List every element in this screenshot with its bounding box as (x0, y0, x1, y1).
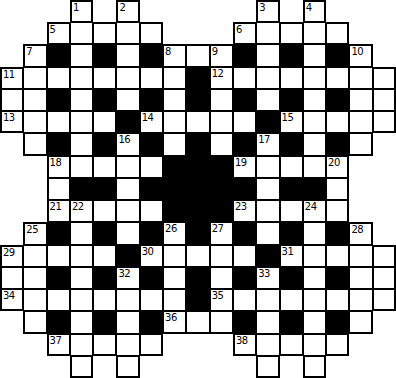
background-cell (280, 0, 303, 22)
clue-number: 1 (73, 2, 79, 13)
clue-number: 7 (26, 46, 32, 57)
crossword-cell[interactable] (256, 44, 279, 66)
crossword-cell[interactable] (326, 178, 349, 200)
crossword-cell[interactable] (23, 245, 46, 267)
crossword-cell[interactable] (303, 133, 326, 155)
background-cell (0, 200, 23, 222)
crossword-cell[interactable] (349, 67, 372, 89)
crossword-cell[interactable] (349, 289, 372, 311)
crossword-cell[interactable] (303, 67, 326, 89)
crossword-cell[interactable] (93, 289, 116, 311)
background-cell (186, 334, 209, 356)
crossword-cell[interactable]: 23 (233, 200, 256, 222)
crossword-cell[interactable] (47, 67, 70, 89)
clue-number: 2 (119, 2, 125, 13)
block-cell (186, 267, 209, 289)
clue-number: 29 (3, 247, 15, 258)
background-cell (373, 311, 396, 333)
background-cell (373, 156, 396, 178)
background-cell (233, 0, 256, 22)
crossword-cell[interactable]: 11 (0, 67, 23, 89)
clue-number: 23 (235, 201, 247, 212)
background-cell (23, 200, 46, 222)
block-cell (210, 178, 233, 200)
block-cell (186, 89, 209, 111)
background-cell (373, 222, 396, 244)
crossword-cell[interactable] (70, 111, 93, 133)
crossword-cell[interactable]: 34 (0, 289, 23, 311)
crossword-cell[interactable]: 32 (116, 267, 139, 289)
crossword-cell[interactable] (233, 111, 256, 133)
crossword-cell[interactable]: 20 (326, 156, 349, 178)
crossword-cell[interactable] (70, 89, 93, 111)
crossword-cell[interactable] (93, 22, 116, 44)
crossword-cell[interactable] (256, 22, 279, 44)
crossword-cell[interactable] (256, 334, 279, 356)
background-cell (0, 44, 23, 66)
crossword-cell[interactable] (23, 133, 46, 155)
clue-number: 36 (165, 312, 177, 323)
crossword-cell[interactable] (303, 89, 326, 111)
crossword-cell[interactable] (163, 67, 186, 89)
crossword-cell[interactable] (256, 289, 279, 311)
background-cell (0, 178, 23, 200)
crossword-cell[interactable] (0, 89, 23, 111)
crossword-cell[interactable] (70, 245, 93, 267)
crossword-board: 1234567891011121314151617181920212223242… (0, 0, 396, 378)
block-cell (116, 245, 139, 267)
crossword-cell[interactable] (373, 245, 396, 267)
block-cell (280, 178, 303, 200)
clue-number: 30 (142, 246, 154, 257)
crossword-cell[interactable] (186, 245, 209, 267)
crossword-cell[interactable] (349, 311, 372, 333)
clue-number: 27 (212, 223, 224, 234)
crossword-cell[interactable] (303, 356, 326, 378)
clue-number: 37 (50, 335, 62, 346)
block-cell (140, 44, 163, 66)
crossword-cell[interactable] (303, 22, 326, 44)
block-cell (186, 156, 209, 178)
background-cell (0, 334, 23, 356)
crossword-cell[interactable] (163, 111, 186, 133)
crossword-cell[interactable] (373, 289, 396, 311)
crossword-cell[interactable] (210, 133, 233, 155)
block-cell (93, 44, 116, 66)
crossword-cell[interactable] (303, 245, 326, 267)
background-cell (0, 311, 23, 333)
clue-number: 35 (212, 290, 224, 301)
crossword-cell[interactable] (349, 89, 372, 111)
crossword-cell[interactable] (210, 245, 233, 267)
block-cell (186, 289, 209, 311)
crossword-cell[interactable]: 30 (140, 245, 163, 267)
clue-number: 15 (282, 112, 294, 123)
crossword-cell[interactable] (116, 22, 139, 44)
crossword-cell[interactable]: 25 (23, 222, 46, 244)
crossword-cell[interactable]: 15 (280, 111, 303, 133)
crossword-cell[interactable] (0, 267, 23, 289)
clue-number: 34 (3, 290, 15, 301)
clue-number: 6 (236, 24, 242, 35)
clue-number: 12 (212, 68, 224, 79)
crossword-cell[interactable] (303, 222, 326, 244)
crossword-cell[interactable] (23, 67, 46, 89)
block-cell (47, 311, 70, 333)
crossword-cell[interactable] (116, 311, 139, 333)
crossword-cell[interactable] (256, 356, 279, 378)
block-cell (93, 133, 116, 155)
block-cell (163, 156, 186, 178)
background-cell (349, 200, 372, 222)
block-cell (93, 222, 116, 244)
block-cell (280, 222, 303, 244)
crossword-cell[interactable] (373, 267, 396, 289)
crossword-cell[interactable] (47, 289, 70, 311)
block-cell (140, 89, 163, 111)
block-cell (70, 178, 93, 200)
crossword-cell[interactable]: 6 (233, 22, 256, 44)
block-cell (233, 267, 256, 289)
block-cell (47, 89, 70, 111)
crossword-cell[interactable] (116, 289, 139, 311)
crossword-cell[interactable] (373, 89, 396, 111)
background-cell (280, 356, 303, 378)
clue-number: 13 (3, 112, 15, 123)
crossword-cell[interactable] (70, 222, 93, 244)
block-cell (186, 67, 209, 89)
crossword-cell[interactable] (116, 334, 139, 356)
block-cell (163, 178, 186, 200)
crossword-cell[interactable]: 24 (303, 200, 326, 222)
background-cell (349, 356, 372, 378)
crossword-cell[interactable] (23, 311, 46, 333)
crossword-cell[interactable] (116, 200, 139, 222)
crossword-cell[interactable] (47, 111, 70, 133)
block-cell (280, 267, 303, 289)
crossword-cell[interactable]: 26 (163, 222, 186, 244)
block-cell (140, 222, 163, 244)
crossword-cell[interactable]: 3 (256, 0, 279, 22)
background-cell (140, 0, 163, 22)
clue-number: 19 (235, 157, 247, 168)
clue-number: 8 (165, 46, 171, 57)
crossword-cell[interactable] (326, 22, 349, 44)
background-cell (210, 22, 233, 44)
block-cell (233, 178, 256, 200)
crossword-cell[interactable] (256, 156, 279, 178)
background-cell (163, 356, 186, 378)
crossword-cell[interactable] (116, 178, 139, 200)
crossword-cell[interactable] (23, 267, 46, 289)
crossword-cell[interactable]: 7 (23, 44, 46, 66)
background-cell (210, 356, 233, 378)
clue-number: 24 (305, 201, 317, 212)
crossword-cell[interactable] (70, 267, 93, 289)
crossword-cell[interactable]: 19 (233, 156, 256, 178)
crossword-cell[interactable] (326, 200, 349, 222)
crossword-cell[interactable] (303, 156, 326, 178)
block-cell (186, 200, 209, 222)
block-cell (233, 44, 256, 66)
crossword-cell[interactable] (163, 89, 186, 111)
block-cell (280, 44, 303, 66)
crossword-cell[interactable] (210, 111, 233, 133)
clue-number: 21 (50, 201, 62, 212)
crossword-cell[interactable] (280, 67, 303, 89)
crossword-cell[interactable] (303, 334, 326, 356)
crossword-cell[interactable] (140, 67, 163, 89)
background-cell (373, 356, 396, 378)
crossword-cell[interactable] (210, 267, 233, 289)
block-cell (256, 245, 279, 267)
background-cell (349, 334, 372, 356)
crossword-cell[interactable] (163, 289, 186, 311)
crossword-cell[interactable] (140, 156, 163, 178)
crossword-cell[interactable] (140, 22, 163, 44)
clue-number: 11 (3, 69, 15, 80)
block-cell (140, 178, 163, 200)
crossword-cell[interactable] (326, 334, 349, 356)
background-cell (23, 22, 46, 44)
crossword-cell[interactable] (23, 89, 46, 111)
background-cell (163, 334, 186, 356)
crossword-cell[interactable]: 9 (210, 44, 233, 66)
crossword-cell[interactable] (280, 200, 303, 222)
crossword-cell[interactable]: 1 (70, 0, 93, 22)
background-cell (186, 0, 209, 22)
crossword-cell[interactable] (93, 245, 116, 267)
clue-number: 22 (72, 201, 84, 212)
crossword-cell[interactable]: 12 (210, 67, 233, 89)
block-cell (116, 111, 139, 133)
crossword-cell[interactable] (349, 133, 372, 155)
crossword-cell[interactable] (210, 89, 233, 111)
background-cell (47, 0, 70, 22)
clue-number: 25 (26, 224, 38, 235)
block-cell (233, 222, 256, 244)
background-cell (163, 0, 186, 22)
crossword-cell[interactable] (70, 311, 93, 333)
background-cell (0, 22, 23, 44)
crossword-cell[interactable] (163, 133, 186, 155)
clue-number: 32 (118, 268, 130, 279)
crossword-cell[interactable] (163, 267, 186, 289)
crossword-cell[interactable] (70, 67, 93, 89)
crossword-cell[interactable] (93, 156, 116, 178)
background-cell (0, 0, 23, 22)
clue-number: 14 (142, 112, 154, 123)
crossword-cell[interactable] (163, 245, 186, 267)
crossword-cell[interactable]: 33 (256, 267, 279, 289)
crossword-cell[interactable] (140, 334, 163, 356)
crossword-cell[interactable] (326, 67, 349, 89)
background-cell (373, 0, 396, 22)
block-cell (47, 44, 70, 66)
crossword-cell[interactable] (326, 289, 349, 311)
crossword-cell[interactable] (303, 267, 326, 289)
crossword-cell[interactable] (303, 311, 326, 333)
crossword-cell[interactable] (140, 289, 163, 311)
crossword-cell[interactable]: 16 (116, 133, 139, 155)
background-cell (349, 178, 372, 200)
clue-number: 5 (50, 24, 56, 35)
crossword-cell[interactable]: 8 (163, 44, 186, 66)
block-cell (210, 200, 233, 222)
crossword-cell[interactable] (303, 111, 326, 133)
crossword-cell[interactable] (70, 44, 93, 66)
crossword-cell[interactable]: 31 (280, 245, 303, 267)
crossword-cell[interactable] (93, 200, 116, 222)
crossword-cell[interactable] (23, 111, 46, 133)
block-cell (140, 267, 163, 289)
crossword-cell[interactable]: 35 (210, 289, 233, 311)
block-cell (47, 267, 70, 289)
crossword-cell[interactable]: 28 (349, 222, 372, 244)
crossword-cell[interactable]: 38 (233, 334, 256, 356)
crossword-cell[interactable] (233, 67, 256, 89)
block-cell (93, 89, 116, 111)
clue-number: 31 (282, 246, 294, 257)
crossword-cell[interactable] (256, 67, 279, 89)
block-cell (326, 44, 349, 66)
background-cell (349, 22, 372, 44)
crossword-cell[interactable]: 14 (140, 111, 163, 133)
crossword-cell[interactable]: 37 (47, 334, 70, 356)
clue-number: 20 (328, 157, 340, 168)
crossword-cell[interactable] (349, 267, 372, 289)
block-cell (303, 178, 326, 200)
crossword-cell[interactable] (186, 111, 209, 133)
crossword-cell[interactable]: 22 (70, 200, 93, 222)
block-cell (93, 178, 116, 200)
block-cell (93, 311, 116, 333)
crossword-cell[interactable]: 5 (47, 22, 70, 44)
background-cell (163, 22, 186, 44)
background-cell (93, 0, 116, 22)
crossword-cell[interactable] (47, 178, 70, 200)
crossword-cell[interactable] (186, 311, 209, 333)
crossword-cell[interactable] (70, 356, 93, 378)
crossword-cell[interactable] (280, 289, 303, 311)
clue-number: 10 (351, 46, 363, 57)
crossword-cell[interactable] (233, 245, 256, 267)
crossword-cell[interactable] (280, 22, 303, 44)
crossword-cell[interactable]: 29 (0, 245, 23, 267)
crossword-cell[interactable] (256, 178, 279, 200)
block-cell (280, 133, 303, 155)
crossword-cell[interactable] (70, 334, 93, 356)
block-cell (93, 267, 116, 289)
block-cell (326, 89, 349, 111)
block-cell (233, 311, 256, 333)
block-cell (280, 311, 303, 333)
crossword-cell[interactable] (280, 156, 303, 178)
crossword-cell[interactable] (256, 89, 279, 111)
background-cell (373, 200, 396, 222)
crossword-cell[interactable]: 18 (47, 156, 70, 178)
block-cell (280, 89, 303, 111)
crossword-cell[interactable] (303, 44, 326, 66)
crossword-cell[interactable] (70, 22, 93, 44)
background-cell (373, 133, 396, 155)
crossword-cell[interactable] (116, 44, 139, 66)
crossword-cell[interactable] (186, 44, 209, 66)
crossword-cell[interactable]: 13 (0, 111, 23, 133)
crossword-cell[interactable] (116, 67, 139, 89)
crossword-cell[interactable] (326, 111, 349, 133)
clue-number: 4 (306, 2, 312, 13)
crossword-cell[interactable]: 2 (116, 0, 139, 22)
background-cell (210, 0, 233, 22)
crossword-cell[interactable] (116, 156, 139, 178)
crossword-cell[interactable] (23, 289, 46, 311)
clue-number: 38 (236, 335, 248, 346)
crossword-cell[interactable] (47, 245, 70, 267)
clue-number: 3 (259, 2, 265, 13)
block-cell (233, 89, 256, 111)
crossword-cell[interactable] (93, 111, 116, 133)
background-cell (349, 0, 372, 22)
crossword-cell[interactable] (70, 156, 93, 178)
block-cell (233, 133, 256, 155)
crossword-cell[interactable] (210, 311, 233, 333)
background-cell (23, 356, 46, 378)
crossword-cell[interactable] (303, 289, 326, 311)
block-cell (140, 311, 163, 333)
clue-number: 26 (165, 223, 177, 234)
crossword-cell[interactable] (373, 111, 396, 133)
crossword-cell[interactable]: 4 (303, 0, 326, 22)
crossword-cell[interactable] (233, 289, 256, 311)
clue-number: 28 (351, 224, 363, 235)
crossword-cell[interactable] (116, 356, 139, 378)
crossword-cell[interactable] (116, 89, 139, 111)
block-cell (256, 111, 279, 133)
crossword-cell[interactable]: 10 (349, 44, 372, 66)
background-cell (0, 222, 23, 244)
background-cell (140, 356, 163, 378)
crossword-cell[interactable] (116, 222, 139, 244)
crossword-cell[interactable] (326, 245, 349, 267)
clue-number: 16 (118, 134, 130, 145)
crossword-cell[interactable]: 21 (47, 200, 70, 222)
background-cell (0, 356, 23, 378)
crossword-cell[interactable]: 36 (163, 311, 186, 333)
crossword-cell[interactable] (349, 245, 372, 267)
background-cell (373, 334, 396, 356)
crossword-cell[interactable] (256, 222, 279, 244)
crossword-cell[interactable] (70, 133, 93, 155)
background-cell (186, 22, 209, 44)
crossword-cell[interactable]: 17 (256, 133, 279, 155)
crossword-cell[interactable] (70, 289, 93, 311)
crossword-cell[interactable] (349, 111, 372, 133)
block-cell (186, 178, 209, 200)
crossword-cell[interactable] (93, 334, 116, 356)
clue-number: 17 (258, 134, 270, 145)
crossword-cell[interactable]: 27 (210, 222, 233, 244)
clue-number: 18 (50, 157, 62, 168)
crossword-cell[interactable] (373, 67, 396, 89)
crossword-cell[interactable] (256, 200, 279, 222)
clue-number: 9 (212, 46, 218, 57)
crossword-cell[interactable] (280, 334, 303, 356)
crossword-cell[interactable] (93, 67, 116, 89)
background-cell (93, 356, 116, 378)
crossword-cell[interactable] (140, 200, 163, 222)
crossword-cell[interactable] (256, 311, 279, 333)
